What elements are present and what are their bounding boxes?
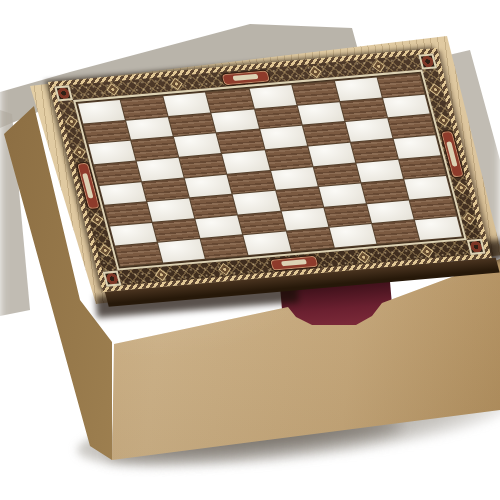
square-h3[interactable]: [404, 176, 451, 199]
square-a6[interactable]: [89, 141, 136, 164]
mosaic-medallion: [463, 213, 476, 226]
square-e5[interactable]: [265, 146, 312, 169]
square-b7[interactable]: [126, 117, 173, 140]
mosaic-medallion: [358, 250, 371, 263]
square-f2[interactable]: [324, 204, 371, 227]
square-f5[interactable]: [308, 143, 355, 166]
square-f4[interactable]: [313, 163, 360, 186]
square-h7[interactable]: [383, 94, 430, 117]
square-h8[interactable]: [377, 74, 424, 97]
mosaic-medallion: [420, 245, 433, 258]
square-a1[interactable]: [115, 243, 162, 266]
square-c6[interactable]: [174, 133, 221, 156]
square-g3[interactable]: [361, 180, 408, 203]
square-a4[interactable]: [99, 182, 146, 205]
mosaic-medallion: [372, 59, 385, 72]
square-h1[interactable]: [415, 217, 462, 240]
square-a7[interactable]: [83, 120, 130, 143]
border-corner-top-right: [418, 53, 437, 69]
square-a3[interactable]: [105, 202, 152, 225]
mosaic-medallion: [98, 244, 111, 257]
square-h4[interactable]: [399, 156, 446, 179]
mosaic-frame: [54, 53, 485, 286]
mosaic-medallion: [73, 146, 86, 159]
square-b3[interactable]: [148, 199, 195, 222]
square-c1[interactable]: [201, 236, 248, 259]
mosaic-medallion: [437, 114, 450, 127]
square-e7[interactable]: [254, 106, 301, 129]
square-f7[interactable]: [297, 102, 344, 125]
square-g4[interactable]: [356, 159, 403, 182]
red-oval-inlay-bottom: [269, 254, 320, 271]
chess-grid: [78, 74, 462, 266]
mosaic-medallion: [155, 268, 168, 281]
mosaic-medallion: [65, 115, 78, 128]
square-g8[interactable]: [335, 78, 382, 101]
square-c5[interactable]: [180, 154, 227, 177]
square-c8[interactable]: [164, 93, 211, 116]
square-e3[interactable]: [276, 187, 323, 210]
square-c7[interactable]: [169, 113, 216, 136]
square-b8[interactable]: [121, 96, 168, 119]
square-d3[interactable]: [233, 191, 280, 214]
square-d7[interactable]: [212, 109, 259, 132]
square-g1[interactable]: [372, 221, 419, 244]
square-a5[interactable]: [94, 161, 141, 184]
square-e6[interactable]: [260, 126, 307, 149]
mosaic-medallion: [90, 214, 103, 227]
square-a2[interactable]: [110, 223, 157, 246]
square-f3[interactable]: [319, 184, 366, 207]
square-b2[interactable]: [153, 219, 200, 242]
mosaic-medallion: [218, 263, 231, 276]
square-d6[interactable]: [217, 130, 264, 153]
square-c4[interactable]: [185, 174, 232, 197]
chess-board: [48, 48, 492, 292]
square-b6[interactable]: [131, 137, 178, 160]
square-h5[interactable]: [394, 135, 441, 158]
square-e1[interactable]: [287, 228, 334, 251]
square-c3[interactable]: [190, 195, 237, 218]
mosaic-medallion: [309, 65, 322, 78]
square-d4[interactable]: [228, 171, 275, 194]
board-rope-edge: [48, 48, 492, 292]
square-a8[interactable]: [78, 100, 125, 123]
square-b1[interactable]: [158, 239, 205, 262]
playing-surface: [73, 70, 467, 271]
mosaic-medallion: [107, 83, 120, 96]
square-f1[interactable]: [329, 224, 376, 247]
square-d5[interactable]: [222, 150, 269, 173]
square-g5[interactable]: [351, 139, 398, 162]
mosaic-medallion: [455, 182, 468, 195]
square-c2[interactable]: [196, 215, 243, 238]
square-b5[interactable]: [137, 158, 184, 181]
square-g6[interactable]: [345, 118, 392, 141]
square-f6[interactable]: [303, 122, 350, 145]
scene: [0, 0, 500, 500]
square-d8[interactable]: [206, 89, 253, 112]
square-h2[interactable]: [410, 197, 457, 220]
square-g2[interactable]: [367, 200, 414, 223]
square-e4[interactable]: [271, 167, 318, 190]
square-d2[interactable]: [238, 211, 285, 234]
mosaic-medallion: [170, 77, 183, 90]
mosaic-medallion: [429, 83, 442, 96]
square-g7[interactable]: [340, 98, 387, 121]
square-f8[interactable]: [292, 81, 339, 104]
square-h6[interactable]: [388, 115, 435, 138]
border-corner-bottom-right: [467, 239, 486, 255]
square-e2[interactable]: [281, 208, 328, 231]
square-e8[interactable]: [249, 85, 296, 108]
square-d1[interactable]: [244, 232, 291, 255]
square-b4[interactable]: [142, 178, 189, 201]
